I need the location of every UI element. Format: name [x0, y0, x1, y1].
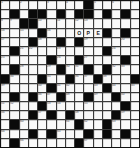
crossword-cell[interactable]	[94, 102, 102, 110]
blocked-cell	[84, 93, 92, 101]
crossword-cell[interactable]	[131, 10, 139, 18]
clue-number: 17	[1, 38, 5, 40]
crossword-cell[interactable]	[75, 47, 83, 55]
clue-number: 33	[121, 65, 125, 67]
crossword-cell[interactable]	[57, 29, 65, 37]
crossword-cell[interactable]	[103, 111, 111, 119]
crossword-cell[interactable]: 11	[57, 19, 65, 27]
blocked-cell	[75, 38, 83, 46]
blocked-cell	[84, 130, 92, 138]
crossword-cell[interactable]: 23	[57, 47, 65, 55]
crossword-cell[interactable]	[47, 38, 55, 46]
crossword-cell[interactable]: 22	[29, 47, 37, 55]
crossword-cell[interactable]	[1, 93, 9, 101]
crossword-cell[interactable]	[29, 120, 37, 128]
crossword-cell[interactable]: 5	[94, 1, 102, 9]
crossword-cell[interactable]: 14	[1, 29, 9, 37]
crossword-cell[interactable]: 3	[47, 1, 55, 9]
clue-number: 36	[75, 75, 79, 77]
clue-number: 34	[10, 75, 14, 77]
blocked-cell	[29, 93, 37, 101]
blocked-cell	[75, 139, 83, 147]
crossword-cell[interactable]	[29, 29, 37, 37]
crossword-cell[interactable]	[121, 139, 129, 147]
clue-number: 26	[57, 56, 61, 58]
crossword-cell[interactable]: 33	[121, 65, 129, 73]
clue-number: 9	[10, 19, 12, 21]
crossword-cell[interactable]: 1	[1, 1, 9, 9]
crossword-cell[interactable]	[29, 139, 37, 147]
crossword-cell[interactable]	[38, 120, 46, 128]
crossword-cell[interactable]	[10, 130, 18, 138]
crossword-cell[interactable]	[20, 102, 28, 110]
crossword-cell[interactable]	[57, 120, 65, 128]
blocked-cell	[47, 111, 55, 119]
crossword-board-frame: 12345678910111213141516OPE17181920212223…	[0, 0, 140, 148]
clue-number: 32	[112, 65, 116, 67]
crossword-cell[interactable]: 29	[47, 65, 55, 73]
crossword-cell[interactable]	[103, 139, 111, 147]
clue-number: 10	[38, 19, 42, 21]
clue-number: 47	[47, 93, 51, 95]
crossword-cell[interactable]	[103, 38, 111, 46]
crossword-cell[interactable]: 26	[57, 56, 65, 64]
crossword-cell[interactable]	[121, 120, 129, 128]
crossword-cell[interactable]	[10, 111, 18, 119]
crossword-cell[interactable]	[131, 111, 139, 119]
crossword-cell[interactable]: 25	[1, 56, 9, 64]
clue-number: 65	[57, 130, 61, 132]
entered-letter: O	[76, 29, 83, 36]
clue-number: 39	[1, 84, 5, 86]
blocked-cell	[29, 130, 37, 138]
crossword-cell[interactable]	[1, 47, 9, 55]
crossword-cell[interactable]: 63	[112, 120, 120, 128]
crossword-cell[interactable]	[103, 56, 111, 64]
crossword-cell[interactable]: 65	[57, 130, 65, 138]
crossword-cell[interactable]	[10, 84, 18, 92]
clue-number: 28	[20, 65, 24, 67]
crossword-cell[interactable]	[75, 130, 83, 138]
clue-number: 6	[112, 1, 114, 3]
clue-number: 20	[121, 38, 125, 40]
crossword-cell[interactable]: 2	[20, 1, 28, 9]
crossword-cell[interactable]: 15	[20, 29, 28, 37]
crossword-cell[interactable]	[29, 56, 37, 64]
crossword-cell[interactable]	[57, 75, 65, 83]
blocked-cell	[47, 56, 55, 64]
blocked-cell	[47, 130, 55, 138]
clue-number: 42	[66, 84, 70, 86]
crossword-cell[interactable]	[75, 1, 83, 9]
crossword-cell[interactable]: 39	[1, 84, 9, 92]
blocked-cell	[75, 56, 83, 64]
blocked-cell	[103, 47, 111, 55]
crossword-cell[interactable]	[103, 93, 111, 101]
clue-number: 48	[66, 93, 70, 95]
crossword-cell[interactable]	[20, 130, 28, 138]
clue-number: 4	[66, 1, 68, 3]
crossword-cell[interactable]	[57, 111, 65, 119]
blocked-cell	[47, 84, 55, 92]
crossword-cell[interactable]	[112, 75, 120, 83]
crossword-cell[interactable]: 51	[1, 102, 9, 110]
blocked-cell	[10, 120, 18, 128]
crossword-cell[interactable]: 8	[1, 19, 9, 27]
blocked-cell	[57, 10, 65, 18]
clue-number: 37	[84, 75, 88, 77]
blocked-cell	[121, 130, 129, 138]
crossword-cell[interactable]	[66, 102, 74, 110]
crossword-cell[interactable]: 18	[38, 38, 46, 46]
crossword-cell[interactable]	[20, 93, 28, 101]
crossword-cell[interactable]	[94, 111, 102, 119]
clue-number: 62	[84, 120, 88, 122]
crossword-cell[interactable]	[38, 65, 46, 73]
crossword-cell[interactable]	[47, 10, 55, 18]
crossword-cell[interactable]: 17	[1, 38, 9, 46]
crossword-cell[interactable]	[84, 111, 92, 119]
blocked-cell	[38, 29, 46, 37]
clue-number: 66	[20, 139, 24, 141]
crossword-cell[interactable]: P	[84, 29, 92, 37]
blocked-cell	[112, 93, 120, 101]
crossword-cell[interactable]	[66, 19, 74, 27]
crossword-cell[interactable]	[112, 38, 120, 46]
crossword-cell[interactable]	[121, 19, 129, 27]
crossword-cell[interactable]: 37	[84, 75, 92, 83]
crossword-cell[interactable]	[38, 139, 46, 147]
crossword-cell[interactable]	[75, 84, 83, 92]
crossword-grid: 12345678910111213141516OPE17181920212223…	[1, 1, 139, 147]
crossword-cell[interactable]	[57, 1, 65, 9]
crossword-cell[interactable]	[20, 56, 28, 64]
blocked-cell	[112, 111, 120, 119]
blocked-cell	[38, 102, 46, 110]
crossword-cell[interactable]	[38, 56, 46, 64]
clue-number: 23	[57, 47, 61, 49]
crossword-cell[interactable]	[66, 29, 74, 37]
clue-number: 61	[66, 120, 70, 122]
clue-number: 24	[112, 47, 116, 49]
crossword-cell[interactable]	[121, 75, 129, 83]
clue-number: 27	[84, 56, 88, 58]
clue-number: 12	[75, 19, 79, 21]
crossword-cell[interactable]: 50	[121, 93, 129, 101]
crossword-cell[interactable]: 44	[112, 84, 120, 92]
crossword-cell[interactable]	[131, 38, 139, 46]
blocked-cell	[103, 29, 111, 37]
crossword-cell[interactable]	[103, 1, 111, 9]
clue-number: 67	[84, 139, 88, 141]
crossword-cell[interactable]	[20, 10, 28, 18]
crossword-cell[interactable]: 46	[38, 93, 46, 101]
crossword-cell[interactable]	[10, 38, 18, 46]
clue-number: 49	[94, 93, 98, 95]
crossword-cell[interactable]	[47, 139, 55, 147]
crossword-cell[interactable]	[38, 130, 46, 138]
blocked-cell	[57, 38, 65, 46]
crossword-cell[interactable]	[94, 130, 102, 138]
crossword-cell[interactable]: 49	[94, 93, 102, 101]
crossword-cell[interactable]	[131, 139, 139, 147]
clue-number: 41	[57, 84, 61, 86]
blocked-cell	[121, 29, 129, 37]
crossword-cell[interactable]	[20, 84, 28, 92]
crossword-cell[interactable]: E	[94, 29, 102, 37]
crossword-cell[interactable]	[121, 47, 129, 55]
crossword-cell[interactable]: 13	[84, 19, 92, 27]
crossword-cell[interactable]: 55	[84, 102, 92, 110]
crossword-cell[interactable]: 53	[47, 102, 55, 110]
blocked-cell	[75, 10, 83, 18]
crossword-cell[interactable]	[75, 102, 83, 110]
clue-number: 40	[38, 84, 42, 86]
clue-number: 57	[38, 111, 42, 113]
clue-number: 11	[57, 19, 60, 21]
crossword-cell[interactable]: 24	[112, 47, 120, 55]
crossword-cell[interactable]	[94, 139, 102, 147]
crossword-cell[interactable]: 19	[84, 38, 92, 46]
clue-number: 59	[121, 111, 125, 113]
crossword-cell[interactable]	[131, 29, 139, 37]
clue-number: 38	[103, 75, 107, 77]
crossword-cell[interactable]	[84, 47, 92, 55]
crossword-cell[interactable]	[94, 47, 102, 55]
blocked-cell	[10, 93, 18, 101]
crossword-cell[interactable]: 27	[84, 56, 92, 64]
crossword-cell[interactable]: 41	[57, 84, 65, 92]
crossword-cell[interactable]	[112, 102, 120, 110]
crossword-cell[interactable]	[94, 10, 102, 18]
crossword-cell[interactable]	[131, 47, 139, 55]
blocked-cell	[131, 75, 139, 83]
crossword-cell[interactable]	[131, 102, 139, 110]
crossword-cell[interactable]: 47	[47, 93, 55, 101]
entered-letter: E	[94, 29, 101, 36]
clue-number: 30	[66, 65, 70, 67]
crossword-cell[interactable]	[131, 19, 139, 27]
crossword-cell[interactable]: 64	[1, 130, 9, 138]
clue-number: 60	[20, 120, 24, 122]
clue-number: 54	[57, 102, 61, 104]
blocked-cell	[29, 38, 37, 46]
blocked-cell	[121, 102, 129, 110]
crossword-cell[interactable]: 30	[66, 65, 74, 73]
blocked-cell	[10, 47, 18, 55]
crossword-cell[interactable]	[29, 65, 37, 73]
crossword-cell[interactable]: 35	[47, 75, 55, 83]
crossword-cell[interactable]	[38, 47, 46, 55]
crossword-cell[interactable]: 58	[75, 111, 83, 119]
crossword-cell[interactable]	[112, 56, 120, 64]
crossword-cell[interactable]	[121, 1, 129, 9]
crossword-cell[interactable]	[112, 10, 120, 18]
clue-number: 56	[1, 111, 5, 113]
crossword-cell[interactable]: 40	[38, 84, 46, 92]
crossword-cell[interactable]	[66, 10, 74, 18]
crossword-cell[interactable]: 43	[94, 84, 102, 92]
blocked-cell	[38, 10, 46, 18]
crossword-cell[interactable]	[103, 102, 111, 110]
blocked-cell	[121, 56, 129, 64]
blocked-cell	[84, 1, 92, 9]
crossword-cell[interactable]	[66, 47, 74, 55]
clue-number: 7	[131, 1, 133, 3]
crossword-cell[interactable]: 28	[20, 65, 28, 73]
blocked-cell	[10, 139, 18, 147]
blocked-cell	[121, 10, 129, 18]
clue-number: 50	[121, 93, 125, 95]
crossword-cell[interactable]	[1, 65, 9, 73]
crossword-cell[interactable]	[131, 120, 139, 128]
crossword-cell[interactable]	[66, 139, 74, 147]
clue-number: 13	[84, 19, 88, 21]
crossword-cell[interactable]	[75, 93, 83, 101]
clue-number: 35	[47, 75, 51, 77]
crossword-cell[interactable]	[20, 75, 28, 83]
crossword-cell[interactable]: 60	[20, 120, 28, 128]
crossword-cell[interactable]	[66, 130, 74, 138]
crossword-cell[interactable]	[94, 65, 102, 73]
blocked-cell	[1, 75, 9, 83]
crossword-cell[interactable]	[47, 120, 55, 128]
crossword-cell[interactable]: 54	[57, 102, 65, 110]
clue-number: 8	[1, 19, 3, 21]
crossword-cell[interactable]	[10, 29, 18, 37]
crossword-cell[interactable]: 6	[112, 1, 120, 9]
clue-number: 43	[94, 84, 98, 86]
crossword-cell[interactable]	[47, 47, 55, 55]
crossword-cell[interactable]	[66, 56, 74, 64]
crossword-cell[interactable]	[121, 84, 129, 92]
blocked-cell	[66, 111, 74, 119]
clue-number: 14	[1, 29, 5, 31]
crossword-cell[interactable]	[112, 29, 120, 37]
blocked-cell	[103, 120, 111, 128]
crossword-cell[interactable]: 67	[84, 139, 92, 147]
clue-number: 58	[75, 111, 79, 113]
crossword-cell[interactable]	[131, 93, 139, 101]
crossword-cell[interactable]: 62	[84, 120, 92, 128]
crossword-cell[interactable]: 16	[47, 29, 55, 37]
crossword-cell[interactable]	[112, 19, 120, 27]
crossword-cell[interactable]: 31	[75, 65, 83, 73]
crossword-cell[interactable]	[10, 1, 18, 9]
crossword-cell[interactable]	[94, 56, 102, 64]
crossword-cell[interactable]	[112, 130, 120, 138]
crossword-cell[interactable]	[1, 10, 9, 18]
entered-letter: P	[85, 29, 92, 36]
crossword-cell[interactable]	[57, 139, 65, 147]
blocked-cell	[29, 111, 37, 119]
clue-number: 2	[20, 1, 22, 3]
crossword-cell[interactable]	[94, 38, 102, 46]
clue-number: 5	[94, 1, 96, 3]
clue-number: 31	[75, 65, 79, 67]
crossword-cell[interactable]: 20	[121, 38, 129, 46]
clue-number: 51	[1, 102, 5, 104]
crossword-cell[interactable]	[131, 65, 139, 73]
blocked-cell	[84, 65, 92, 73]
clue-number: 64	[1, 130, 5, 132]
crossword-cell[interactable]: 48	[66, 93, 74, 101]
crossword-cell[interactable]: 34	[10, 75, 18, 83]
crossword-cell[interactable]: 4	[66, 1, 74, 9]
crossword-cell[interactable]	[1, 120, 9, 128]
crossword-cell[interactable]: 36	[75, 75, 83, 83]
crossword-cell[interactable]	[10, 56, 18, 64]
crossword-cell[interactable]	[66, 38, 74, 46]
crossword-cell[interactable]	[103, 19, 111, 27]
clue-number: 45	[131, 84, 135, 86]
crossword-cell[interactable]	[29, 1, 37, 9]
crossword-cell[interactable]	[20, 111, 28, 119]
crossword-cell[interactable]: 38	[103, 75, 111, 83]
blocked-cell	[57, 93, 65, 101]
crossword-cell[interactable]: 21	[20, 47, 28, 55]
crossword-cell[interactable]: 9	[10, 19, 18, 27]
blocked-cell	[75, 120, 83, 128]
crossword-cell[interactable]	[112, 139, 120, 147]
blocked-cell	[38, 75, 46, 83]
crossword-cell[interactable]: 56	[1, 111, 9, 119]
clue-number: 22	[29, 47, 33, 49]
crossword-cell[interactable]: 59	[121, 111, 129, 119]
crossword-cell[interactable]	[131, 130, 139, 138]
crossword-cell[interactable]: 10	[38, 19, 46, 27]
clue-number: 21	[20, 47, 24, 49]
clue-number: 55	[84, 102, 88, 104]
crossword-cell[interactable]: 42	[66, 84, 74, 92]
blocked-cell	[84, 10, 92, 18]
crossword-cell[interactable]	[94, 19, 102, 27]
clue-number: 19	[84, 38, 88, 40]
clue-number: 53	[47, 102, 51, 104]
crossword-cell[interactable]: O	[75, 29, 83, 37]
blocked-cell	[10, 65, 18, 73]
crossword-cell[interactable]	[29, 84, 37, 92]
crossword-cell[interactable]: 57	[38, 111, 46, 119]
clue-number: 1	[1, 1, 3, 3]
crossword-cell[interactable]	[84, 84, 92, 92]
crossword-cell[interactable]: 32	[112, 65, 120, 73]
crossword-cell[interactable]	[131, 56, 139, 64]
crossword-cell[interactable]	[94, 120, 102, 128]
clue-number: 25	[1, 56, 5, 58]
blocked-cell	[10, 10, 18, 18]
clue-number: 3	[47, 1, 49, 3]
crossword-cell[interactable]	[29, 75, 37, 83]
crossword-cell[interactable]: 45	[131, 84, 139, 92]
blocked-cell	[103, 130, 111, 138]
crossword-cell[interactable]	[1, 139, 9, 147]
blocked-cell	[103, 84, 111, 92]
blocked-cell	[29, 19, 37, 27]
crossword-cell[interactable]: 61	[66, 120, 74, 128]
blocked-cell	[66, 75, 74, 83]
crossword-cell[interactable]: 66	[20, 139, 28, 147]
clue-number: 18	[38, 38, 42, 40]
crossword-cell[interactable]	[38, 1, 46, 9]
crossword-cell[interactable]: 12	[75, 19, 83, 27]
crossword-cell[interactable]	[29, 102, 37, 110]
clue-number: 52	[10, 102, 14, 104]
crossword-cell[interactable]: 7	[131, 1, 139, 9]
crossword-cell[interactable]: 52	[10, 102, 18, 110]
crossword-cell[interactable]	[20, 38, 28, 46]
crossword-cell[interactable]	[47, 19, 55, 27]
